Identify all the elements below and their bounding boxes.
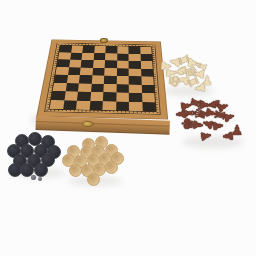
board-square	[129, 76, 142, 84]
board-square	[63, 100, 77, 109]
board-square	[116, 68, 128, 76]
board-square	[64, 91, 78, 100]
board-square	[79, 75, 92, 83]
board-frame	[44, 43, 161, 115]
board-square	[103, 92, 116, 101]
board-grid	[50, 45, 156, 111]
board-square	[104, 76, 117, 84]
board-square	[141, 76, 154, 84]
chess-piece: ♟	[221, 130, 235, 143]
board-square	[116, 101, 129, 110]
metal-fitting	[31, 175, 36, 180]
checker-disc	[87, 173, 100, 186]
board-square	[78, 83, 91, 92]
checker-disc	[105, 161, 118, 174]
board-square	[142, 93, 155, 102]
board-square	[129, 93, 142, 102]
board-square	[116, 84, 129, 93]
board-square	[76, 100, 90, 109]
board-square	[65, 83, 79, 92]
board-square	[142, 102, 156, 112]
board-square	[102, 101, 115, 110]
box-fold-seam	[36, 121, 170, 127]
chess-piece: ♟	[193, 81, 208, 95]
board-square	[141, 85, 154, 94]
board-square	[66, 75, 79, 83]
product-photo-scene: ♟♟♜♟♝♟♞♛♟♚♟♜♟♟ ♟♜♟♞♟♟♝♛♟♜♟♚♟♟♟♟♟♟	[0, 0, 256, 256]
chess-piece: ♟	[199, 129, 214, 143]
board-square	[89, 101, 103, 110]
board-square	[91, 75, 104, 83]
board-square	[116, 76, 128, 84]
board-square	[116, 92, 129, 101]
chess-board	[36, 39, 168, 119]
checker-disc	[34, 163, 48, 177]
board-square	[91, 83, 104, 92]
board-square	[129, 102, 142, 111]
board-square	[129, 84, 142, 93]
board-square	[103, 84, 116, 93]
board-square	[90, 92, 103, 101]
board-square	[77, 92, 91, 101]
board-square	[141, 69, 154, 77]
brass-latch-icon	[82, 121, 94, 127]
board-square	[92, 68, 105, 76]
metal-fitting	[38, 177, 42, 181]
checker-disc	[69, 164, 82, 177]
brass-hinge-icon	[100, 38, 108, 43]
